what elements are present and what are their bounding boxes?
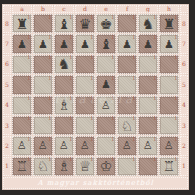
- rank-label-left-7: 7: [3, 34, 11, 53]
- file-label-a: a: [12, 5, 32, 13]
- piece-white-pawn: ♙: [101, 99, 111, 110]
- stamp-value: 1: [27, 76, 30, 81]
- stamp-value: 1: [48, 35, 51, 40]
- square-a3[interactable]: 1: [12, 116, 32, 135]
- square-c8[interactable]: 1♝: [54, 14, 74, 33]
- piece-white-rook: ♖: [163, 159, 176, 173]
- square-f4[interactable]: 1: [117, 96, 137, 115]
- square-d3[interactable]: 1: [75, 116, 95, 135]
- square-d7[interactable]: 1♟: [75, 34, 95, 53]
- rank-label-left-3: 3: [3, 116, 11, 135]
- piece-black-pawn: ♟: [80, 38, 90, 49]
- square-b4[interactable]: 1: [33, 96, 53, 115]
- square-b6[interactable]: 1: [33, 55, 53, 74]
- stamp-value: 1: [153, 157, 156, 162]
- piece-white-pawn: ♙: [59, 140, 69, 151]
- stamp-value: 1: [132, 55, 135, 60]
- square-b3[interactable]: 1: [33, 116, 53, 135]
- stamp-value: 1: [174, 35, 177, 40]
- rank-label-right-7: 7: [180, 34, 188, 53]
- square-c2[interactable]: 1♙: [54, 136, 74, 155]
- piece-black-pawn: ♟: [143, 38, 153, 49]
- piece-black-knight: ♞: [58, 57, 71, 71]
- square-f8[interactable]: 1: [117, 14, 137, 33]
- margin-corner: [180, 5, 188, 13]
- stamp-value: 1: [132, 76, 135, 81]
- sheet-caption: A magyar sakktörténetből: [37, 179, 153, 187]
- square-h2[interactable]: 1♙: [159, 136, 179, 155]
- square-b8[interactable]: 1: [33, 14, 53, 33]
- square-g7[interactable]: 1♟: [138, 34, 158, 53]
- stamp-value: 1: [111, 137, 114, 142]
- stamp-value: 1: [111, 96, 114, 101]
- square-g1[interactable]: 1: [138, 157, 158, 176]
- piece-white-king: ♔: [100, 159, 113, 173]
- square-d5[interactable]: 1: [75, 75, 95, 94]
- piece-black-queen: ♛: [79, 16, 92, 30]
- square-a1[interactable]: 1♖: [12, 157, 32, 176]
- square-f1[interactable]: 1: [117, 157, 137, 176]
- piece-black-bishop: ♝: [58, 16, 71, 30]
- file-label-e: e: [96, 5, 116, 13]
- piece-black-pawn: ♟: [164, 38, 174, 49]
- square-e1[interactable]: 1♔: [96, 157, 116, 176]
- stamp-value: 1: [69, 116, 72, 121]
- chess-board: abcdefgh81♜11♝1♛1♚11♞1♜871♟1♟1♟1♟1♝1♟1♟1…: [3, 5, 188, 189]
- piece-white-rook: ♖: [16, 159, 29, 173]
- stamp-value: 1: [27, 35, 30, 40]
- piece-white-bishop: ♗: [58, 159, 71, 173]
- file-label-g: g: [138, 5, 158, 13]
- square-h5[interactable]: 1: [159, 75, 179, 94]
- square-a8[interactable]: 1♜: [12, 14, 32, 33]
- stamp-value: 1: [132, 96, 135, 101]
- square-g4[interactable]: 1: [138, 96, 158, 115]
- stamp-value: 1: [90, 137, 93, 142]
- square-f3[interactable]: 1♘: [117, 116, 137, 135]
- stamp-value: 1: [27, 55, 30, 60]
- square-e8[interactable]: 1♚: [96, 14, 116, 33]
- square-c7[interactable]: 1♟: [54, 34, 74, 53]
- square-e7[interactable]: 1♝: [96, 34, 116, 53]
- stamp-value: 1: [27, 96, 30, 101]
- piece-black-knight: ♞: [142, 16, 155, 30]
- piece-white-pawn: ♙: [17, 140, 27, 151]
- square-c5[interactable]: 1: [54, 75, 74, 94]
- rank-label-left-6: 6: [3, 55, 11, 74]
- square-a5[interactable]: 1: [12, 75, 32, 94]
- square-d6[interactable]: 1: [75, 55, 95, 74]
- stamp-value: 1: [132, 35, 135, 40]
- rank-label-left-2: 2: [3, 136, 11, 155]
- stamp-value: 1: [111, 116, 114, 121]
- square-h4[interactable]: 1: [159, 96, 179, 115]
- margin-corner: [3, 5, 11, 13]
- square-a2[interactable]: 1♙: [12, 136, 32, 155]
- rank-label-left-8: 8: [3, 14, 11, 33]
- piece-black-king: ♚: [100, 16, 113, 30]
- stamp-sheet: abcdefgh81♜11♝1♛1♚11♞1♜871♟1♟1♟1♟1♝1♟1♟1…: [2, 4, 189, 190]
- square-d4[interactable]: 1: [75, 96, 95, 115]
- square-b5[interactable]: 1: [33, 75, 53, 94]
- stamp-value: 1: [153, 35, 156, 40]
- square-g2[interactable]: 1♙: [138, 136, 158, 155]
- file-label-c: c: [54, 5, 74, 13]
- stamp-value: 1: [90, 55, 93, 60]
- stamp-value: 1: [174, 55, 177, 60]
- file-label-b: b: [33, 5, 53, 13]
- square-f2[interactable]: 1♙: [117, 136, 137, 155]
- square-e2[interactable]: 1: [96, 136, 116, 155]
- file-label-f: f: [117, 5, 137, 13]
- square-h7[interactable]: 1♟: [159, 34, 179, 53]
- piece-white-knight: ♘: [37, 159, 50, 173]
- square-a6[interactable]: 1: [12, 55, 32, 74]
- piece-white-pawn: ♙: [80, 140, 90, 151]
- square-g3[interactable]: 1: [138, 116, 158, 135]
- piece-black-pawn: ♟: [101, 79, 111, 90]
- stamp-value: 1: [69, 35, 72, 40]
- stamp-value: 1: [153, 76, 156, 81]
- piece-black-pawn: ♟: [17, 38, 27, 49]
- sheet-caption-row: A magyar sakktörténetből: [3, 177, 188, 189]
- square-f5[interactable]: 1: [117, 75, 137, 94]
- rank-label-right-8: 8: [180, 14, 188, 33]
- piece-white-pawn: ♙: [122, 140, 132, 151]
- stamp-value: 1: [48, 96, 51, 101]
- stamp-value: 1: [111, 55, 114, 60]
- stamp-value: 1: [90, 96, 93, 101]
- rank-label-right-1: 1: [180, 157, 188, 176]
- rank-label-left-1: 1: [3, 157, 11, 176]
- stamp-value: 1: [27, 137, 30, 142]
- stamp-value: 1: [153, 55, 156, 60]
- piece-white-pawn: ♙: [164, 140, 174, 151]
- stamp-value: 1: [48, 55, 51, 60]
- stamp-value: 1: [48, 137, 51, 142]
- stamp-value: 1: [90, 35, 93, 40]
- rank-label-left-5: 5: [3, 75, 11, 94]
- stamp-value: 1: [153, 116, 156, 121]
- square-g6[interactable]: 1: [138, 55, 158, 74]
- square-d1[interactable]: 1♕: [75, 157, 95, 176]
- square-e6[interactable]: 1: [96, 55, 116, 74]
- piece-black-pawn: ♟: [38, 38, 48, 49]
- stamp-value: 1: [48, 116, 51, 121]
- piece-black-rook: ♜: [16, 16, 29, 30]
- square-e4[interactable]: 1♙: [96, 96, 116, 115]
- stamp-value: 1: [153, 137, 156, 142]
- rank-label-right-2: 2: [180, 136, 188, 155]
- square-h8[interactable]: 1♜: [159, 14, 179, 33]
- square-h6[interactable]: 1: [159, 55, 179, 74]
- stamp-value: 1: [90, 116, 93, 121]
- square-b1[interactable]: 1♘: [33, 157, 53, 176]
- piece-white-bishop: ♗: [58, 98, 71, 112]
- piece-black-bishop: ♝: [100, 37, 113, 51]
- square-g5[interactable]: 1: [138, 75, 158, 94]
- rank-label-right-5: 5: [180, 75, 188, 94]
- piece-white-queen: ♕: [79, 159, 92, 173]
- stamp-value: 1: [132, 15, 135, 20]
- rank-label-right-3: 3: [180, 116, 188, 135]
- square-a7[interactable]: 1♟: [12, 34, 32, 53]
- square-g8[interactable]: 1♞: [138, 14, 158, 33]
- file-label-d: d: [75, 5, 95, 13]
- stamp-value: 1: [174, 137, 177, 142]
- square-c3[interactable]: 1: [54, 116, 74, 135]
- square-e3[interactable]: 1: [96, 116, 116, 135]
- square-f7[interactable]: 1♟: [117, 34, 137, 53]
- rank-label-right-6: 6: [180, 55, 188, 74]
- rank-label-left-4: 4: [3, 96, 11, 115]
- rank-label-right-4: 4: [180, 96, 188, 115]
- stamp-value: 1: [111, 76, 114, 81]
- piece-white-knight: ♘: [121, 118, 134, 132]
- piece-white-pawn: ♙: [38, 140, 48, 151]
- piece-black-pawn: ♟: [122, 38, 132, 49]
- square-f6[interactable]: 1: [117, 55, 137, 74]
- stamp-sheet-photo: abcdefgh81♜11♝1♛1♚11♞1♜871♟1♟1♟1♟1♝1♟1♟1…: [0, 0, 195, 195]
- stamp-value: 1: [48, 76, 51, 81]
- square-d8[interactable]: 1♛: [75, 14, 95, 33]
- stamp-value: 1: [48, 15, 51, 20]
- stamp-value: 1: [174, 96, 177, 101]
- piece-black-rook: ♜: [163, 16, 176, 30]
- square-c4[interactable]: 1♗: [54, 96, 74, 115]
- stamp-value: 1: [27, 116, 30, 121]
- stamp-value: 1: [132, 157, 135, 162]
- piece-black-pawn: ♟: [59, 38, 69, 49]
- square-h1[interactable]: 1♖: [159, 157, 179, 176]
- stamp-value: 1: [174, 76, 177, 81]
- square-b7[interactable]: 1♟: [33, 34, 53, 53]
- file-label-h: h: [159, 5, 179, 13]
- square-c6[interactable]: 1♞: [54, 55, 74, 74]
- stamp-value: 1: [132, 137, 135, 142]
- stamp-value: 1: [90, 76, 93, 81]
- square-b2[interactable]: 1♙: [33, 136, 53, 155]
- piece-white-pawn: ♙: [143, 140, 153, 151]
- stamp-value: 1: [69, 137, 72, 142]
- square-a4[interactable]: 1: [12, 96, 32, 115]
- square-c1[interactable]: 1♗: [54, 157, 74, 176]
- stamp-value: 1: [153, 96, 156, 101]
- square-e5[interactable]: 1♟: [96, 75, 116, 94]
- square-h3[interactable]: 1: [159, 116, 179, 135]
- square-d2[interactable]: 1♙: [75, 136, 95, 155]
- stamp-value: 1: [174, 116, 177, 121]
- stamp-value: 1: [69, 76, 72, 81]
